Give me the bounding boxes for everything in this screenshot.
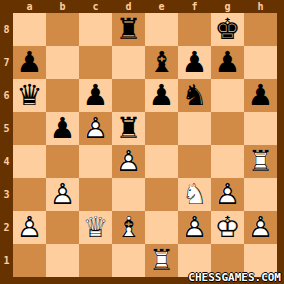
- square-f3[interactable]: ♞♘: [178, 178, 211, 211]
- square-e8[interactable]: [145, 13, 178, 46]
- piece-black-queen[interactable]: ♛: [13, 79, 46, 112]
- square-f8[interactable]: [178, 13, 211, 46]
- square-h6[interactable]: ♟: [244, 79, 277, 112]
- file-label-b: b: [46, 0, 79, 14]
- chess-diagram-frame: abcdefgh 87654321 ♜♚♟♝♟♟♛♟♟♞♟♟♟♙♜♟♙♜♖♟♙♞…: [0, 0, 284, 284]
- piece-black-pawn[interactable]: ♟: [13, 46, 46, 79]
- white-bishop-outline-glyph: ♗: [112, 211, 145, 244]
- black-rook-glyph: ♜: [112, 13, 145, 46]
- square-h7[interactable]: [244, 46, 277, 79]
- white-pawn-outline-glyph: ♙: [46, 178, 79, 211]
- file-label-a: a: [13, 0, 46, 14]
- square-a7[interactable]: ♟: [13, 46, 46, 79]
- square-c8[interactable]: [79, 13, 112, 46]
- piece-white-pawn[interactable]: ♟♙: [13, 211, 46, 244]
- square-b4[interactable]: [46, 145, 79, 178]
- black-pawn-glyph: ♟: [13, 46, 46, 79]
- square-e2[interactable]: [145, 211, 178, 244]
- square-b7[interactable]: [46, 46, 79, 79]
- square-f6[interactable]: ♞: [178, 79, 211, 112]
- piece-black-pawn[interactable]: ♟: [145, 79, 178, 112]
- white-pawn-outline-glyph: ♙: [211, 178, 244, 211]
- square-e1[interactable]: ♜♖: [145, 244, 178, 277]
- white-pawn-outline-glyph: ♙: [244, 211, 277, 244]
- black-pawn-glyph: ♟: [178, 46, 211, 79]
- chess-board: ♜♚♟♝♟♟♛♟♟♞♟♟♟♙♜♟♙♜♖♟♙♞♘♟♙♟♙♛♕♝♗♟♙♚♔♟♙♜♖: [13, 13, 277, 277]
- black-pawn-glyph: ♟: [211, 46, 244, 79]
- rank-label-5: 5: [0, 112, 13, 145]
- square-g8[interactable]: ♚: [211, 13, 244, 46]
- square-h8[interactable]: [244, 13, 277, 46]
- square-h2[interactable]: ♟♙: [244, 211, 277, 244]
- black-king-glyph: ♚: [211, 13, 244, 46]
- square-c6[interactable]: ♟: [79, 79, 112, 112]
- black-pawn-glyph: ♟: [46, 112, 79, 145]
- piece-white-knight[interactable]: ♞♘: [178, 178, 211, 211]
- piece-black-pawn[interactable]: ♟: [211, 46, 244, 79]
- square-b3[interactable]: ♟♙: [46, 178, 79, 211]
- file-label-c: c: [79, 0, 112, 14]
- square-c1[interactable]: [79, 244, 112, 277]
- rank-label-1: 1: [0, 244, 13, 277]
- square-a2[interactable]: ♟♙: [13, 211, 46, 244]
- piece-white-rook[interactable]: ♜♖: [244, 145, 277, 178]
- white-king-outline-glyph: ♔: [211, 211, 244, 244]
- piece-black-bishop[interactable]: ♝: [145, 46, 178, 79]
- piece-black-knight[interactable]: ♞: [178, 79, 211, 112]
- piece-white-pawn[interactable]: ♟♙: [79, 112, 112, 145]
- white-pawn-outline-glyph: ♙: [13, 211, 46, 244]
- white-rook-outline-glyph: ♖: [145, 244, 178, 277]
- piece-white-pawn[interactable]: ♟♙: [46, 178, 79, 211]
- site-watermark: CHESSGAMES.COM: [188, 272, 281, 284]
- piece-black-pawn[interactable]: ♟: [178, 46, 211, 79]
- rank-label-3: 3: [0, 178, 13, 211]
- square-e6[interactable]: ♟: [145, 79, 178, 112]
- square-d2[interactable]: ♝♗: [112, 211, 145, 244]
- square-f2[interactable]: ♟♙: [178, 211, 211, 244]
- white-pawn-outline-glyph: ♙: [178, 211, 211, 244]
- black-queen-glyph: ♛: [13, 79, 46, 112]
- square-b6[interactable]: [46, 79, 79, 112]
- square-g7[interactable]: ♟: [211, 46, 244, 79]
- piece-white-bishop[interactable]: ♝♗: [112, 211, 145, 244]
- square-f5[interactable]: [178, 112, 211, 145]
- white-knight-outline-glyph: ♘: [178, 178, 211, 211]
- piece-black-rook[interactable]: ♜: [112, 13, 145, 46]
- piece-white-pawn[interactable]: ♟♙: [244, 211, 277, 244]
- square-b8[interactable]: [46, 13, 79, 46]
- rank-labels: 87654321: [0, 13, 13, 277]
- square-b5[interactable]: ♟: [46, 112, 79, 145]
- black-rook-glyph: ♜: [112, 112, 145, 145]
- square-c3[interactable]: [79, 178, 112, 211]
- black-knight-glyph: ♞: [178, 79, 211, 112]
- piece-black-king[interactable]: ♚: [211, 13, 244, 46]
- square-a8[interactable]: [13, 13, 46, 46]
- black-pawn-glyph: ♟: [145, 79, 178, 112]
- square-a1[interactable]: [13, 244, 46, 277]
- square-e4[interactable]: [145, 145, 178, 178]
- square-g5[interactable]: [211, 112, 244, 145]
- square-c4[interactable]: [79, 145, 112, 178]
- square-e3[interactable]: [145, 178, 178, 211]
- piece-white-pawn[interactable]: ♟♙: [112, 145, 145, 178]
- piece-white-pawn[interactable]: ♟♙: [211, 178, 244, 211]
- square-g4[interactable]: [211, 145, 244, 178]
- square-g6[interactable]: [211, 79, 244, 112]
- square-d7[interactable]: [112, 46, 145, 79]
- rank-label-2: 2: [0, 211, 13, 244]
- file-label-f: f: [178, 0, 211, 14]
- square-d1[interactable]: [112, 244, 145, 277]
- black-pawn-glyph: ♟: [244, 79, 277, 112]
- white-rook-outline-glyph: ♖: [244, 145, 277, 178]
- black-bishop-glyph: ♝: [145, 46, 178, 79]
- square-a5[interactable]: [13, 112, 46, 145]
- square-c5[interactable]: ♟♙: [79, 112, 112, 145]
- rank-label-6: 6: [0, 79, 13, 112]
- piece-black-rook[interactable]: ♜: [112, 112, 145, 145]
- rank-label-8: 8: [0, 13, 13, 46]
- square-h5[interactable]: [244, 112, 277, 145]
- square-d8[interactable]: ♜: [112, 13, 145, 46]
- square-h3[interactable]: [244, 178, 277, 211]
- square-d3[interactable]: [112, 178, 145, 211]
- white-queen-outline-glyph: ♕: [79, 211, 112, 244]
- square-d4[interactable]: ♟♙: [112, 145, 145, 178]
- piece-black-pawn[interactable]: ♟: [79, 79, 112, 112]
- square-d5[interactable]: ♜: [112, 112, 145, 145]
- file-label-e: e: [145, 0, 178, 14]
- square-b1[interactable]: [46, 244, 79, 277]
- rank-label-4: 4: [0, 145, 13, 178]
- piece-white-rook[interactable]: ♜♖: [145, 244, 178, 277]
- square-c2[interactable]: ♛♕: [79, 211, 112, 244]
- piece-white-king[interactable]: ♚♔: [211, 211, 244, 244]
- square-h4[interactable]: ♜♖: [244, 145, 277, 178]
- square-d6[interactable]: [112, 79, 145, 112]
- square-a6[interactable]: ♛: [13, 79, 46, 112]
- black-pawn-glyph: ♟: [79, 79, 112, 112]
- rank-label-7: 7: [0, 46, 13, 79]
- square-e7[interactable]: ♝: [145, 46, 178, 79]
- square-g3[interactable]: ♟♙: [211, 178, 244, 211]
- square-f4[interactable]: [178, 145, 211, 178]
- square-a4[interactable]: [13, 145, 46, 178]
- square-f7[interactable]: ♟: [178, 46, 211, 79]
- piece-white-pawn[interactable]: ♟♙: [178, 211, 211, 244]
- square-g2[interactable]: ♚♔: [211, 211, 244, 244]
- piece-white-queen[interactable]: ♛♕: [79, 211, 112, 244]
- white-pawn-outline-glyph: ♙: [112, 145, 145, 178]
- piece-black-pawn[interactable]: ♟: [244, 79, 277, 112]
- square-a3[interactable]: [13, 178, 46, 211]
- piece-black-pawn[interactable]: ♟: [46, 112, 79, 145]
- square-b2[interactable]: [46, 211, 79, 244]
- file-label-h: h: [244, 0, 277, 14]
- square-c7[interactable]: [79, 46, 112, 79]
- white-pawn-outline-glyph: ♙: [79, 112, 112, 145]
- square-e5[interactable]: [145, 112, 178, 145]
